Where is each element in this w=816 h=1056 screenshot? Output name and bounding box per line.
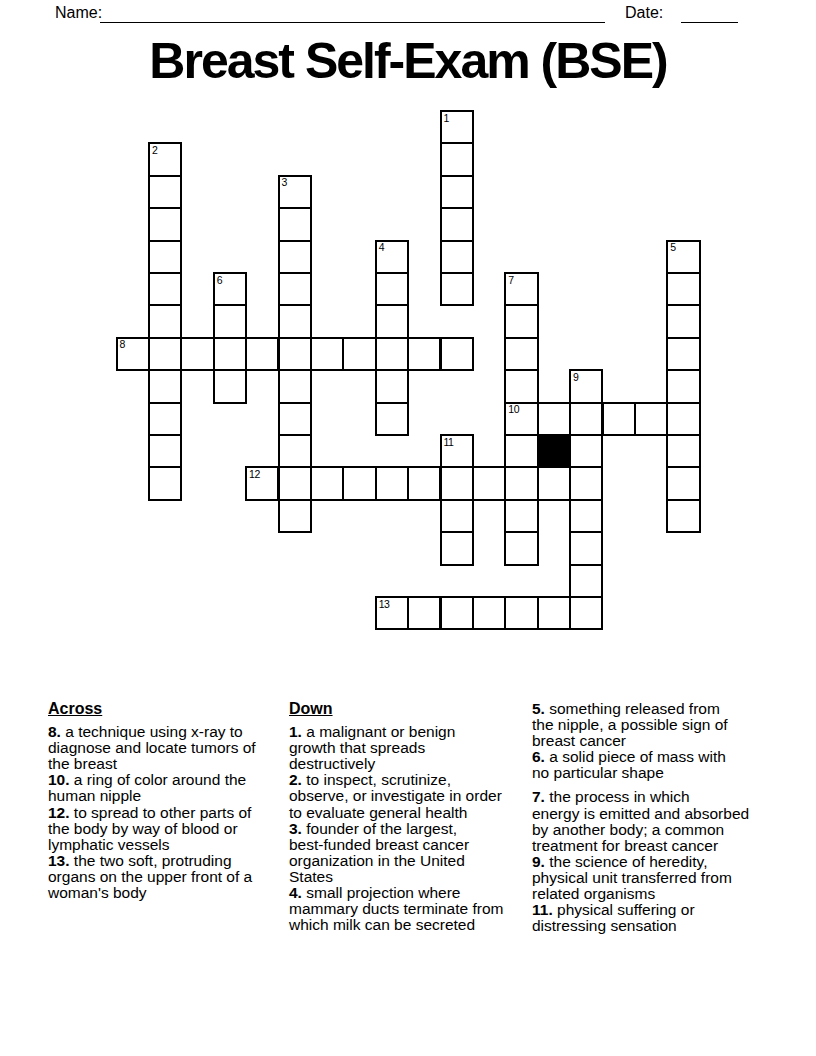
grid-cell-r11-c11[interactable]: [472, 466, 506, 500]
grid-cell-r7-c2[interactable]: [180, 337, 214, 371]
grid-cell-r15-c11[interactable]: [472, 596, 506, 630]
grid-cell-r11-c7[interactable]: [342, 466, 376, 500]
grid-cell-r8-c12[interactable]: [504, 369, 538, 403]
grid-cell-r5-c17[interactable]: [666, 272, 700, 306]
clue-down-11: 11. physical suffering ordistressing sen…: [532, 902, 782, 934]
clue-number-across-13: 13.: [48, 852, 70, 869]
grid-cell-r10-c5[interactable]: [278, 434, 312, 468]
down-clues-column-2: 5. something released fromthe nipple, a …: [532, 701, 782, 934]
grid-cell-r11-c1[interactable]: [148, 466, 182, 500]
cell-number-3: 3: [282, 177, 287, 188]
grid-cell-r9-c5[interactable]: [278, 402, 312, 436]
grid-cell-r7-c3[interactable]: [213, 337, 247, 371]
across-clues-column: Across 8. a technique using x-ray todiag…: [48, 701, 288, 901]
cell-number-13: 13: [379, 599, 390, 610]
clue-number-down-9: 9.: [532, 853, 545, 870]
cell-number-4: 4: [379, 242, 384, 253]
grid-cell-r7-c6[interactable]: [310, 337, 344, 371]
cell-number-10: 10: [508, 404, 519, 415]
grid-cell-r12-c14[interactable]: [569, 499, 603, 533]
grid-cell-r9-c13[interactable]: [537, 402, 571, 436]
black-cell-r10-c13: [537, 434, 571, 468]
clue-down-5: 5. something released fromthe nipple, a …: [532, 701, 782, 749]
clue-number-down-11: 11.: [532, 901, 553, 918]
name-blank-line[interactable]: [100, 6, 605, 23]
grid-cell-r15-c10[interactable]: [440, 596, 474, 630]
grid-cell-r5-c3[interactable]: 6: [213, 272, 247, 306]
grid-cell-r6-c12[interactable]: [504, 304, 538, 338]
grid-cell-r7-c12[interactable]: [504, 337, 538, 371]
grid-cell-r7-c0[interactable]: 8: [116, 337, 150, 371]
clue-down-1: 1. a malignant or benigngrowth that spre…: [289, 724, 534, 772]
grid-cell-r15-c12[interactable]: [504, 596, 538, 630]
grid-cell-r7-c9[interactable]: [407, 337, 441, 371]
grid-cell-r11-c8[interactable]: [375, 466, 409, 500]
grid-cell-r9-c14[interactable]: [569, 402, 603, 436]
grid-cell-r15-c8[interactable]: 13: [375, 596, 409, 630]
grid-cell-r15-c9[interactable]: [407, 596, 441, 630]
down-clues-column-1: Down 1. a malignant or benigngrowth that…: [289, 701, 534, 933]
grid-cell-r9-c17[interactable]: [666, 402, 700, 436]
cell-number-2: 2: [152, 145, 157, 156]
grid-cell-r11-c4[interactable]: 12: [245, 466, 279, 500]
page-title: Breast Self-Exam (BSE): [0, 33, 816, 89]
down-clue-list-1: 1. a malignant or benigngrowth that spre…: [289, 724, 534, 933]
grid-cell-r8-c1[interactable]: [148, 369, 182, 403]
grid-cell-r10-c12[interactable]: [504, 434, 538, 468]
grid-cell-r6-c1[interactable]: [148, 304, 182, 338]
cell-number-11: 11: [444, 437, 454, 448]
grid-cell-r5-c5[interactable]: [278, 272, 312, 306]
grid-cell-r13-c10[interactable]: [440, 531, 474, 565]
grid-cell-r11-c14[interactable]: [569, 466, 603, 500]
grid-cell-r6-c3[interactable]: [213, 304, 247, 338]
clue-down-9: 9. the science of heredity,physical unit…: [532, 854, 782, 902]
grid-cell-r12-c5[interactable]: [278, 499, 312, 533]
grid-cell-r14-c14[interactable]: [569, 564, 603, 598]
clue-number-down-7: 7.: [532, 788, 545, 805]
clue-across-8: 8. a technique using x-ray todiagnose an…: [48, 724, 288, 772]
grid-cell-r11-c10[interactable]: [440, 466, 474, 500]
grid-cell-r6-c5[interactable]: [278, 304, 312, 338]
down-heading: Down: [289, 701, 534, 717]
clue-number-down-5: 5.: [532, 700, 545, 717]
clue-across-13: 13. the two soft, protrudingorgans on th…: [48, 853, 288, 901]
cell-number-1: 1: [444, 113, 449, 124]
clue-number-down-4: 4.: [289, 884, 302, 901]
clue-number-down-1: 1.: [289, 723, 302, 740]
grid-cell-r15-c13[interactable]: [537, 596, 571, 630]
grid-cell-r10-c14[interactable]: [569, 434, 603, 468]
grid-cell-r8-c5[interactable]: [278, 369, 312, 403]
grid-cell-r5-c10[interactable]: [440, 272, 474, 306]
grid-cell-r7-c5[interactable]: [278, 337, 312, 371]
clue-down-4: 4. small projection wheremammary ducts t…: [289, 885, 534, 933]
grid-cell-r2-c1[interactable]: [148, 175, 182, 209]
date-label: Date:: [625, 3, 663, 22]
grid-cell-r3-c10[interactable]: [440, 207, 474, 241]
grid-cell-r1-c10[interactable]: [440, 142, 474, 176]
date-blank-line[interactable]: [681, 6, 738, 23]
grid-cell-r9-c1[interactable]: [148, 402, 182, 436]
grid-cell-r8-c14[interactable]: 9: [569, 369, 603, 403]
grid-cell-r8-c8[interactable]: [375, 369, 409, 403]
clue-number-down-6: 6.: [532, 748, 545, 765]
grid-cell-r7-c10[interactable]: [440, 337, 474, 371]
cell-number-12: 12: [249, 469, 260, 480]
clue-down-2: 2. to inspect, scrutinize,observe, or in…: [289, 772, 534, 820]
clue-across-12: 12. to spread to other parts ofthe body …: [48, 805, 288, 853]
grid-cell-r8-c3[interactable]: [213, 369, 247, 403]
grid-cell-r7-c1[interactable]: [148, 337, 182, 371]
across-heading: Across: [48, 701, 288, 717]
grid-cell-r6-c17[interactable]: [666, 304, 700, 338]
grid-cell-r6-c8[interactable]: [375, 304, 409, 338]
grid-cell-r11-c17[interactable]: [666, 466, 700, 500]
clue-down-7: 7. the process in whichenergy is emitted…: [532, 789, 782, 853]
cell-number-8: 8: [120, 339, 125, 350]
clue-number-across-12: 12.: [48, 804, 70, 821]
grid-cell-r5-c8[interactable]: [375, 272, 409, 306]
cell-number-7: 7: [508, 275, 513, 286]
grid-cell-r10-c17[interactable]: [666, 434, 700, 468]
grid-cell-r2-c10[interactable]: [440, 175, 474, 209]
crossword-grid: 12345678910111213: [115, 110, 701, 631]
clue-number-down-2: 2.: [289, 771, 302, 788]
grid-cell-r4-c5[interactable]: [278, 240, 312, 274]
grid-cell-r1-c1[interactable]: 2: [148, 142, 182, 176]
grid-cell-r10-c10[interactable]: 11: [440, 434, 474, 468]
cell-number-5: 5: [670, 242, 675, 253]
clue-down-6: 6. a solid piece of mass withno particul…: [532, 749, 782, 781]
grid-cell-r3-c5[interactable]: [278, 207, 312, 241]
down-clue-list-2: 5. something released fromthe nipple, a …: [532, 701, 782, 934]
clue-number-across-8: 8.: [48, 723, 61, 740]
grid-cell-r9-c8[interactable]: [375, 402, 409, 436]
grid-cell-r9-c12[interactable]: 10: [504, 402, 538, 436]
grid-cell-r7-c8[interactable]: [375, 337, 409, 371]
clue-across-10: 10. a ring of color around thehuman nipp…: [48, 772, 288, 804]
grid-cell-r9-c15[interactable]: [602, 402, 636, 436]
clue-number-across-10: 10.: [48, 771, 70, 788]
grid-cell-r4-c1[interactable]: [148, 240, 182, 274]
clue-down-3: 3. founder of the largest,best-funded br…: [289, 821, 534, 885]
grid-cell-r4-c8[interactable]: 4: [375, 240, 409, 274]
grid-cell-r11-c12[interactable]: [504, 466, 538, 500]
grid-cell-r12-c12[interactable]: [504, 499, 538, 533]
name-label: Name:: [55, 3, 102, 22]
grid-cell-r15-c14[interactable]: [569, 596, 603, 630]
grid-cell-r2-c5[interactable]: 3: [278, 175, 312, 209]
grid-cell-r8-c17[interactable]: [666, 369, 700, 403]
grid-cell-r11-c6[interactable]: [310, 466, 344, 500]
cell-number-9: 9: [573, 372, 578, 383]
grid-cell-r7-c4[interactable]: [245, 337, 279, 371]
grid-cell-r9-c16[interactable]: [634, 402, 668, 436]
grid-cell-r3-c1[interactable]: [148, 207, 182, 241]
grid-cell-r5-c12[interactable]: 7: [504, 272, 538, 306]
grid-cell-r13-c14[interactable]: [569, 531, 603, 565]
grid-cell-r11-c5[interactable]: [278, 466, 312, 500]
grid-cell-r4-c10[interactable]: [440, 240, 474, 274]
grid-cell-r4-c17[interactable]: 5: [666, 240, 700, 274]
grid-cell-r11-c9[interactable]: [407, 466, 441, 500]
grid-cell-r10-c1[interactable]: [148, 434, 182, 468]
grid-cell-r7-c7[interactable]: [342, 337, 376, 371]
across-clue-list: 8. a technique using x-ray todiagnose an…: [48, 724, 288, 901]
grid-cell-r12-c10[interactable]: [440, 499, 474, 533]
grid-cell-r0-c10[interactable]: 1: [440, 110, 474, 144]
cell-number-6: 6: [217, 275, 222, 286]
grid-cell-r5-c1[interactable]: [148, 272, 182, 306]
grid-cell-r11-c13[interactable]: [537, 466, 571, 500]
grid-cell-r12-c17[interactable]: [666, 499, 700, 533]
clue-number-down-3: 3.: [289, 820, 302, 837]
grid-cell-r13-c12[interactable]: [504, 531, 538, 565]
grid-cell-r7-c17[interactable]: [666, 337, 700, 371]
